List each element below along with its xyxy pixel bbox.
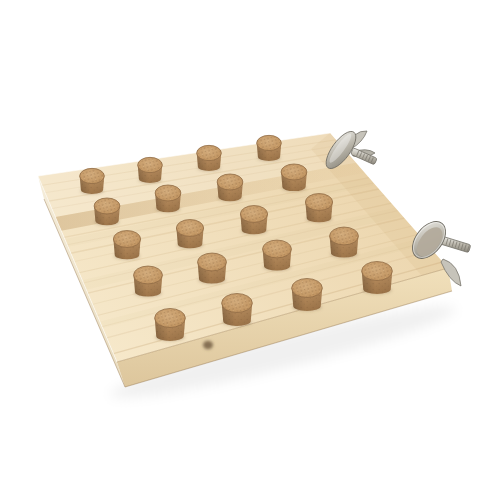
cork-peg [155, 185, 181, 213]
cork-peg [281, 164, 307, 192]
scene-svg [0, 0, 500, 500]
cork-peg [217, 174, 243, 202]
cork-peg [80, 168, 105, 194]
product-photo-stage [0, 0, 500, 500]
cork-peg [240, 206, 267, 235]
cork-peg [198, 253, 227, 284]
cork-peg [257, 135, 282, 161]
cork-peg [263, 240, 292, 271]
cork-peg [134, 266, 163, 297]
cork-peg [362, 262, 393, 295]
cork-peg [138, 157, 163, 183]
cork-peg [222, 294, 253, 327]
cork-peg [305, 194, 332, 223]
cork-peg [292, 279, 323, 312]
cork-peg [155, 309, 186, 342]
cork-peg [197, 145, 222, 171]
wood-knot [203, 341, 213, 349]
cork-peg [113, 231, 140, 260]
cork-peg [330, 227, 359, 258]
cork-peg [176, 220, 203, 249]
cork-peg [94, 198, 120, 226]
